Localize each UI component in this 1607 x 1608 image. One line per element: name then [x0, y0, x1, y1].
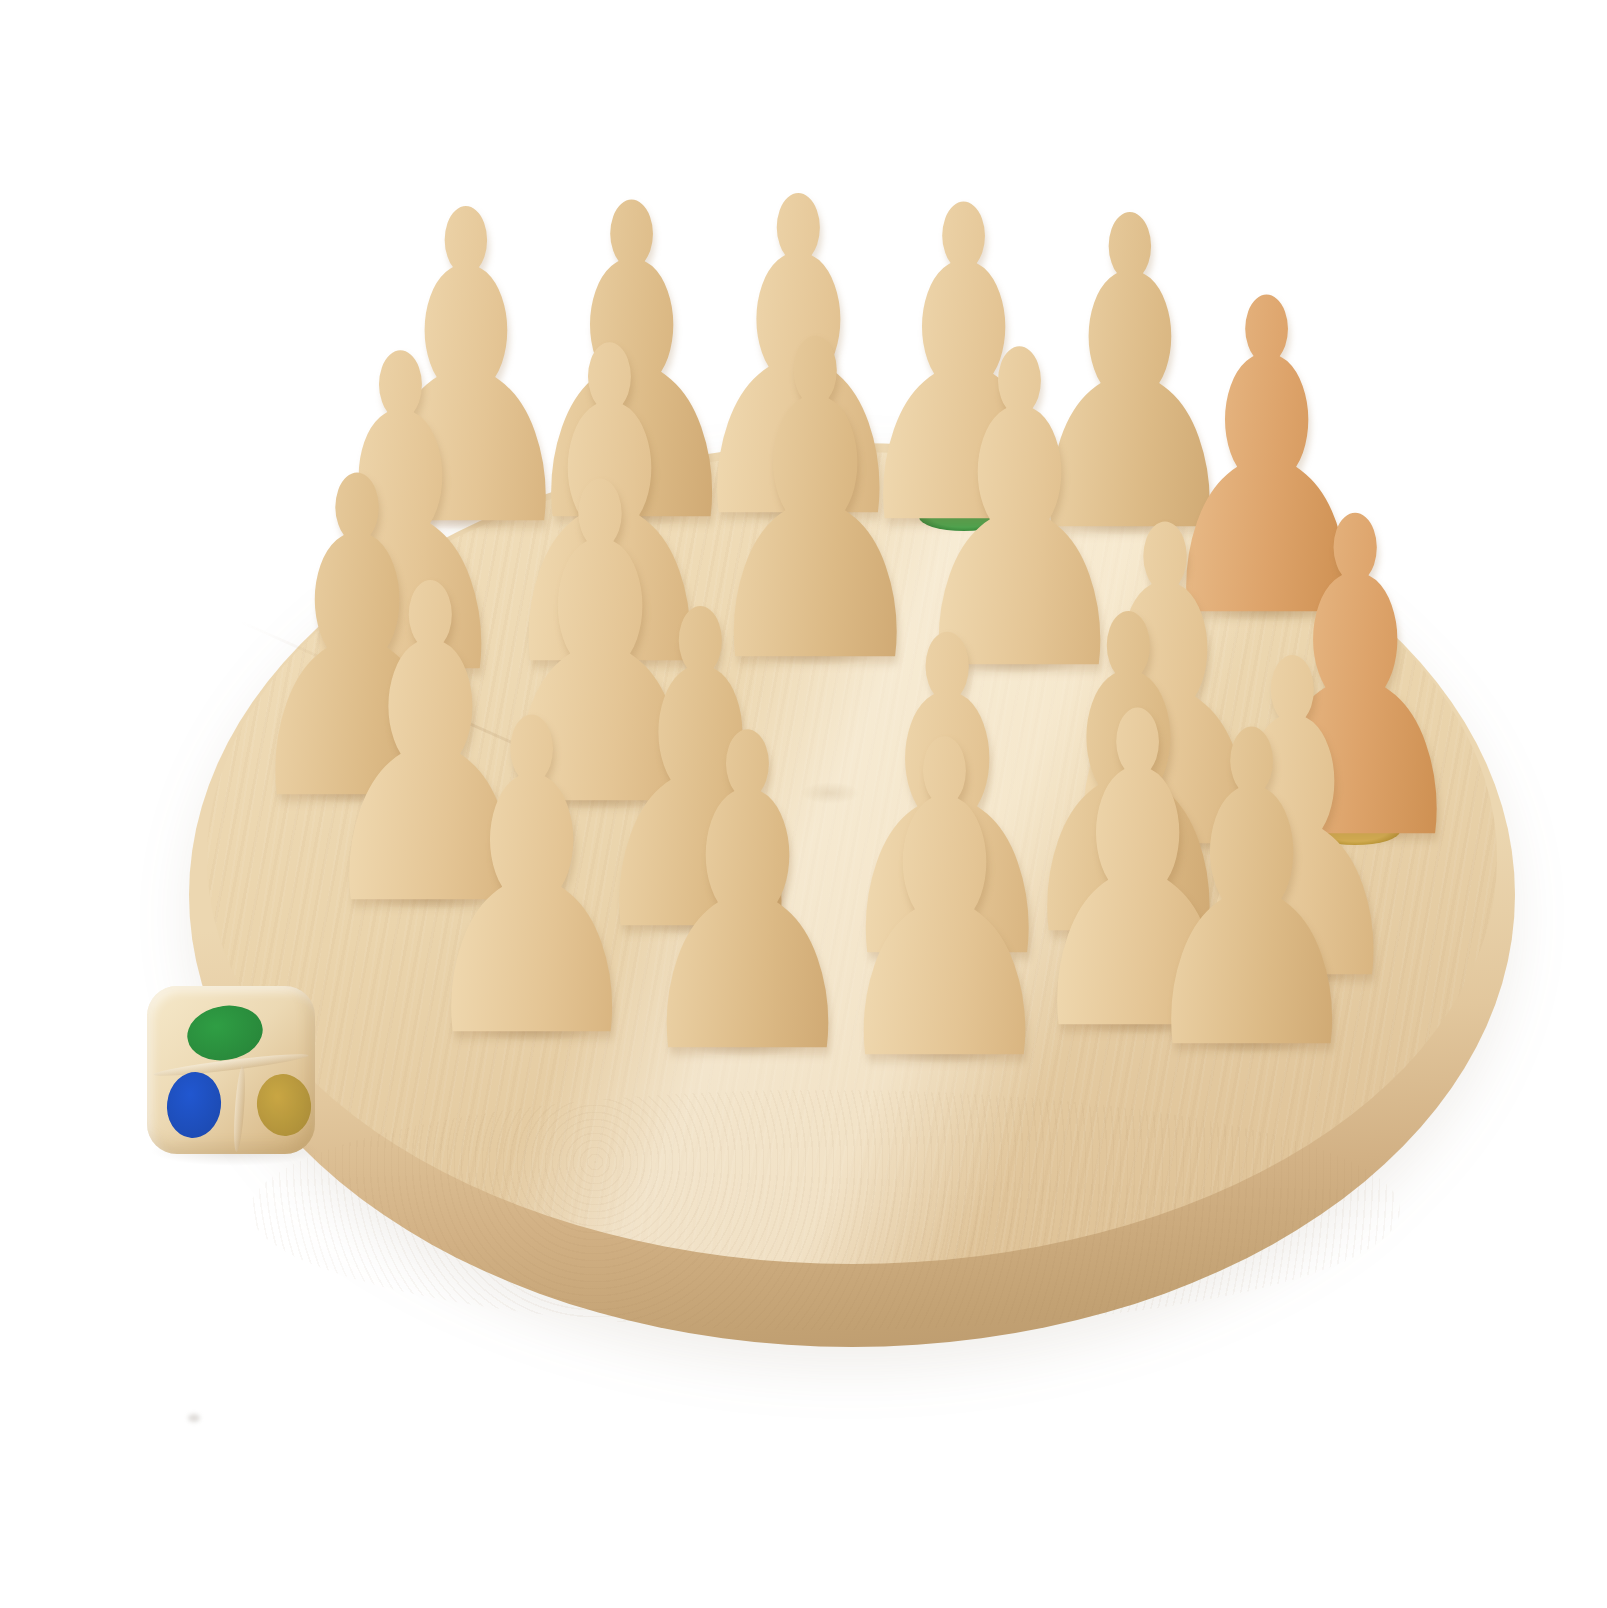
scene: ♟♟♟♟♟♟♟♟♟♟♟♟♟♟♟♟♟♟♟♟♟♟♟♟	[0, 0, 1607, 1608]
pawn[interactable]: ♟	[1118, 677, 1387, 1110]
floor-speck	[188, 1414, 200, 1422]
color-die[interactable]	[147, 986, 315, 1154]
